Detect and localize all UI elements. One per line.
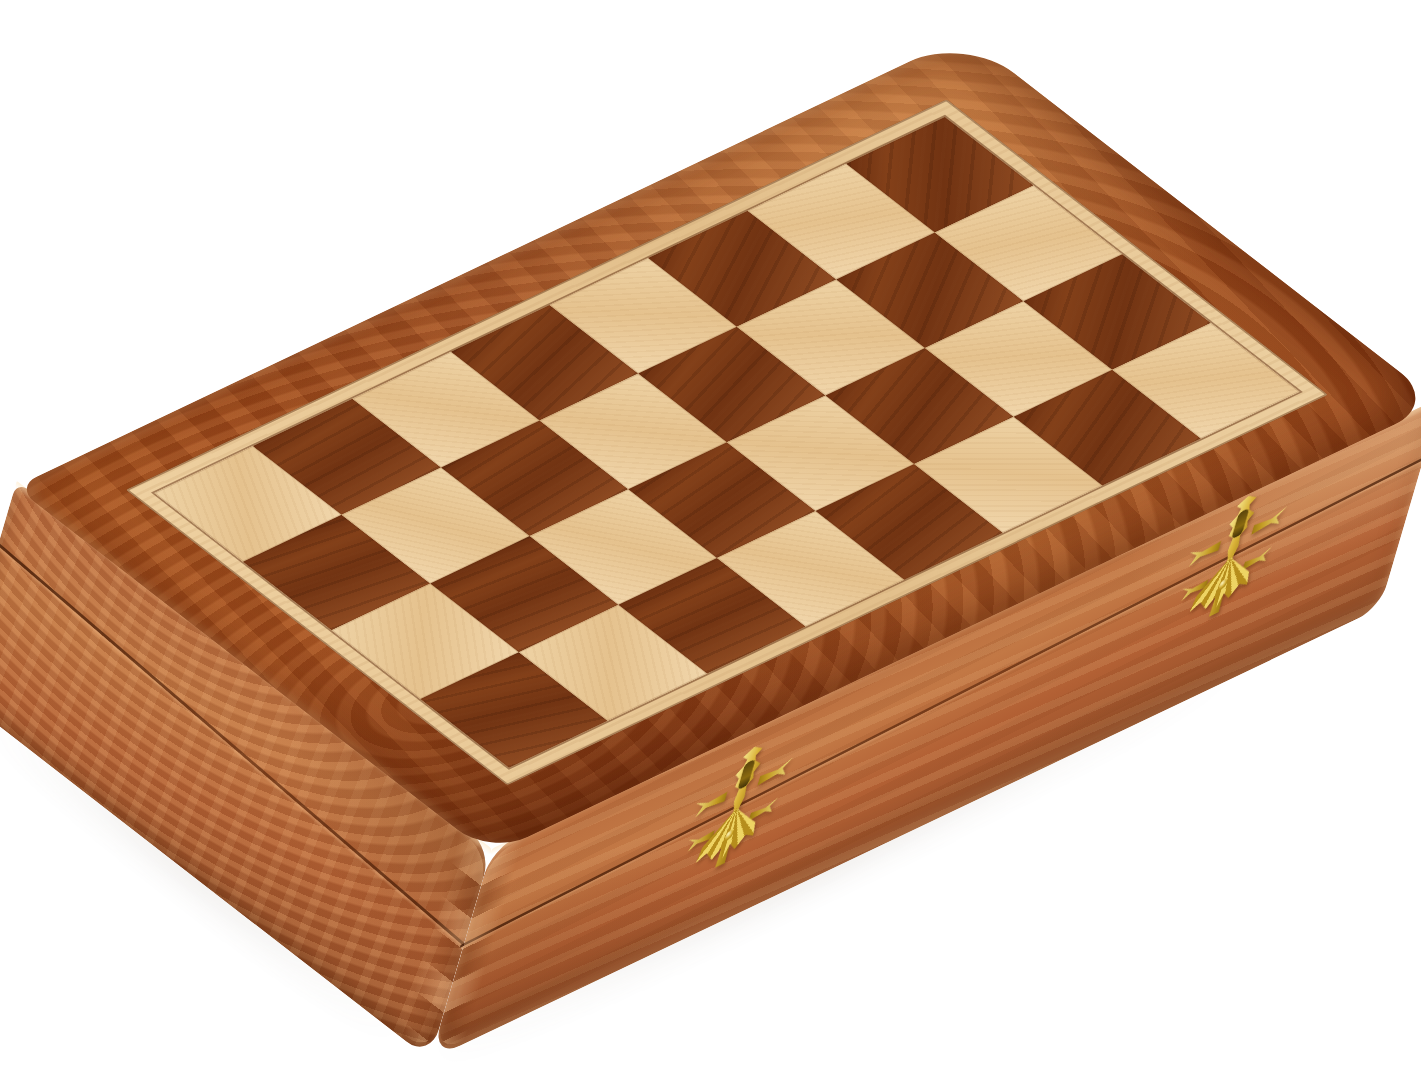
clasp-wing-icon: [1184, 532, 1224, 574]
clasp-wing-icon: [690, 783, 730, 825]
clasp-wing-icon: [1248, 502, 1288, 544]
clasp-wing-icon: [755, 752, 795, 794]
product-photo-scene: [0, 0, 1421, 1077]
